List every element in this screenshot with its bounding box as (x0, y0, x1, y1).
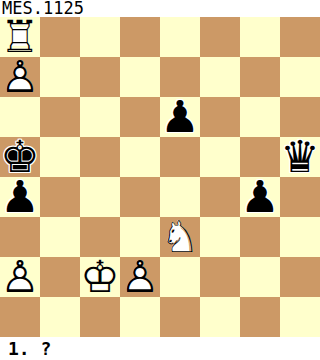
square-b5[interactable] (40, 137, 80, 177)
square-g8[interactable] (240, 17, 280, 57)
square-h4[interactable] (280, 177, 320, 217)
square-b7[interactable] (40, 57, 80, 97)
square-d7[interactable] (120, 57, 160, 97)
square-e7[interactable] (160, 57, 200, 97)
white-king-piece-fill: ♚ (80, 257, 120, 297)
square-e5[interactable] (160, 137, 200, 177)
square-a2[interactable]: ♟♙ (0, 257, 40, 297)
square-f5[interactable] (200, 137, 240, 177)
square-h7[interactable] (280, 57, 320, 97)
square-b4[interactable] (40, 177, 80, 217)
square-g4[interactable]: ♟ (240, 177, 280, 217)
square-d6[interactable] (120, 97, 160, 137)
white-knight-piece: ♘ (160, 217, 200, 257)
black-queen-piece: ♛ (280, 137, 320, 177)
square-c3[interactable] (80, 217, 120, 257)
white-rook-piece: ♖ (0, 17, 40, 57)
white-pawn-piece-fill: ♟ (0, 57, 40, 97)
square-h1[interactable] (280, 297, 320, 337)
square-f7[interactable] (200, 57, 240, 97)
square-c7[interactable] (80, 57, 120, 97)
square-a8[interactable]: ♜♖ (0, 17, 40, 57)
square-b8[interactable] (40, 17, 80, 57)
white-pawn-piece: ♙ (120, 257, 160, 297)
move-prompt: 1. ? (0, 340, 320, 358)
square-f6[interactable] (200, 97, 240, 137)
square-f1[interactable] (200, 297, 240, 337)
black-pawn-piece: ♟ (160, 97, 200, 137)
square-d3[interactable] (120, 217, 160, 257)
square-h2[interactable] (280, 257, 320, 297)
square-a4[interactable]: ♟ (0, 177, 40, 217)
square-f2[interactable] (200, 257, 240, 297)
square-c5[interactable] (80, 137, 120, 177)
square-e1[interactable] (160, 297, 200, 337)
square-d2[interactable]: ♟♙ (120, 257, 160, 297)
square-b3[interactable] (40, 217, 80, 257)
square-d4[interactable] (120, 177, 160, 217)
square-d8[interactable] (120, 17, 160, 57)
square-b1[interactable] (40, 297, 80, 337)
white-pawn-piece: ♙ (0, 257, 40, 297)
white-king-piece: ♔ (80, 257, 120, 297)
square-c6[interactable] (80, 97, 120, 137)
square-e6[interactable]: ♟ (160, 97, 200, 137)
square-f4[interactable] (200, 177, 240, 217)
square-e2[interactable] (160, 257, 200, 297)
black-pawn-piece: ♟ (240, 177, 280, 217)
square-a5[interactable]: ♚ (0, 137, 40, 177)
square-c4[interactable] (80, 177, 120, 217)
square-d5[interactable] (120, 137, 160, 177)
square-g3[interactable] (240, 217, 280, 257)
white-pawn-piece-fill: ♟ (120, 257, 160, 297)
square-h8[interactable] (280, 17, 320, 57)
black-king-piece: ♚ (0, 137, 40, 177)
square-g6[interactable] (240, 97, 280, 137)
square-e3[interactable]: ♞♘ (160, 217, 200, 257)
puzzle-id: MES.1125 (0, 0, 320, 17)
square-h3[interactable] (280, 217, 320, 257)
square-a3[interactable] (0, 217, 40, 257)
square-g5[interactable] (240, 137, 280, 177)
square-a6[interactable] (0, 97, 40, 137)
square-c8[interactable] (80, 17, 120, 57)
square-h5[interactable]: ♛ (280, 137, 320, 177)
square-f3[interactable] (200, 217, 240, 257)
square-g7[interactable] (240, 57, 280, 97)
square-b2[interactable] (40, 257, 80, 297)
square-d1[interactable] (120, 297, 160, 337)
square-c1[interactable] (80, 297, 120, 337)
white-knight-piece-fill: ♞ (160, 217, 200, 257)
square-e8[interactable] (160, 17, 200, 57)
chess-board: ♜♖♟♙♟♚♛♟♟♞♘♟♙♚♔♟♙ (0, 17, 320, 337)
square-e4[interactable] (160, 177, 200, 217)
white-pawn-piece: ♙ (0, 57, 40, 97)
square-f8[interactable] (200, 17, 240, 57)
square-a1[interactable] (0, 297, 40, 337)
square-a7[interactable]: ♟♙ (0, 57, 40, 97)
square-g2[interactable] (240, 257, 280, 297)
white-pawn-piece-fill: ♟ (0, 257, 40, 297)
square-c2[interactable]: ♚♔ (80, 257, 120, 297)
square-h6[interactable] (280, 97, 320, 137)
square-b6[interactable] (40, 97, 80, 137)
square-g1[interactable] (240, 297, 280, 337)
white-rook-piece-fill: ♜ (0, 17, 40, 57)
black-pawn-piece: ♟ (0, 177, 40, 217)
